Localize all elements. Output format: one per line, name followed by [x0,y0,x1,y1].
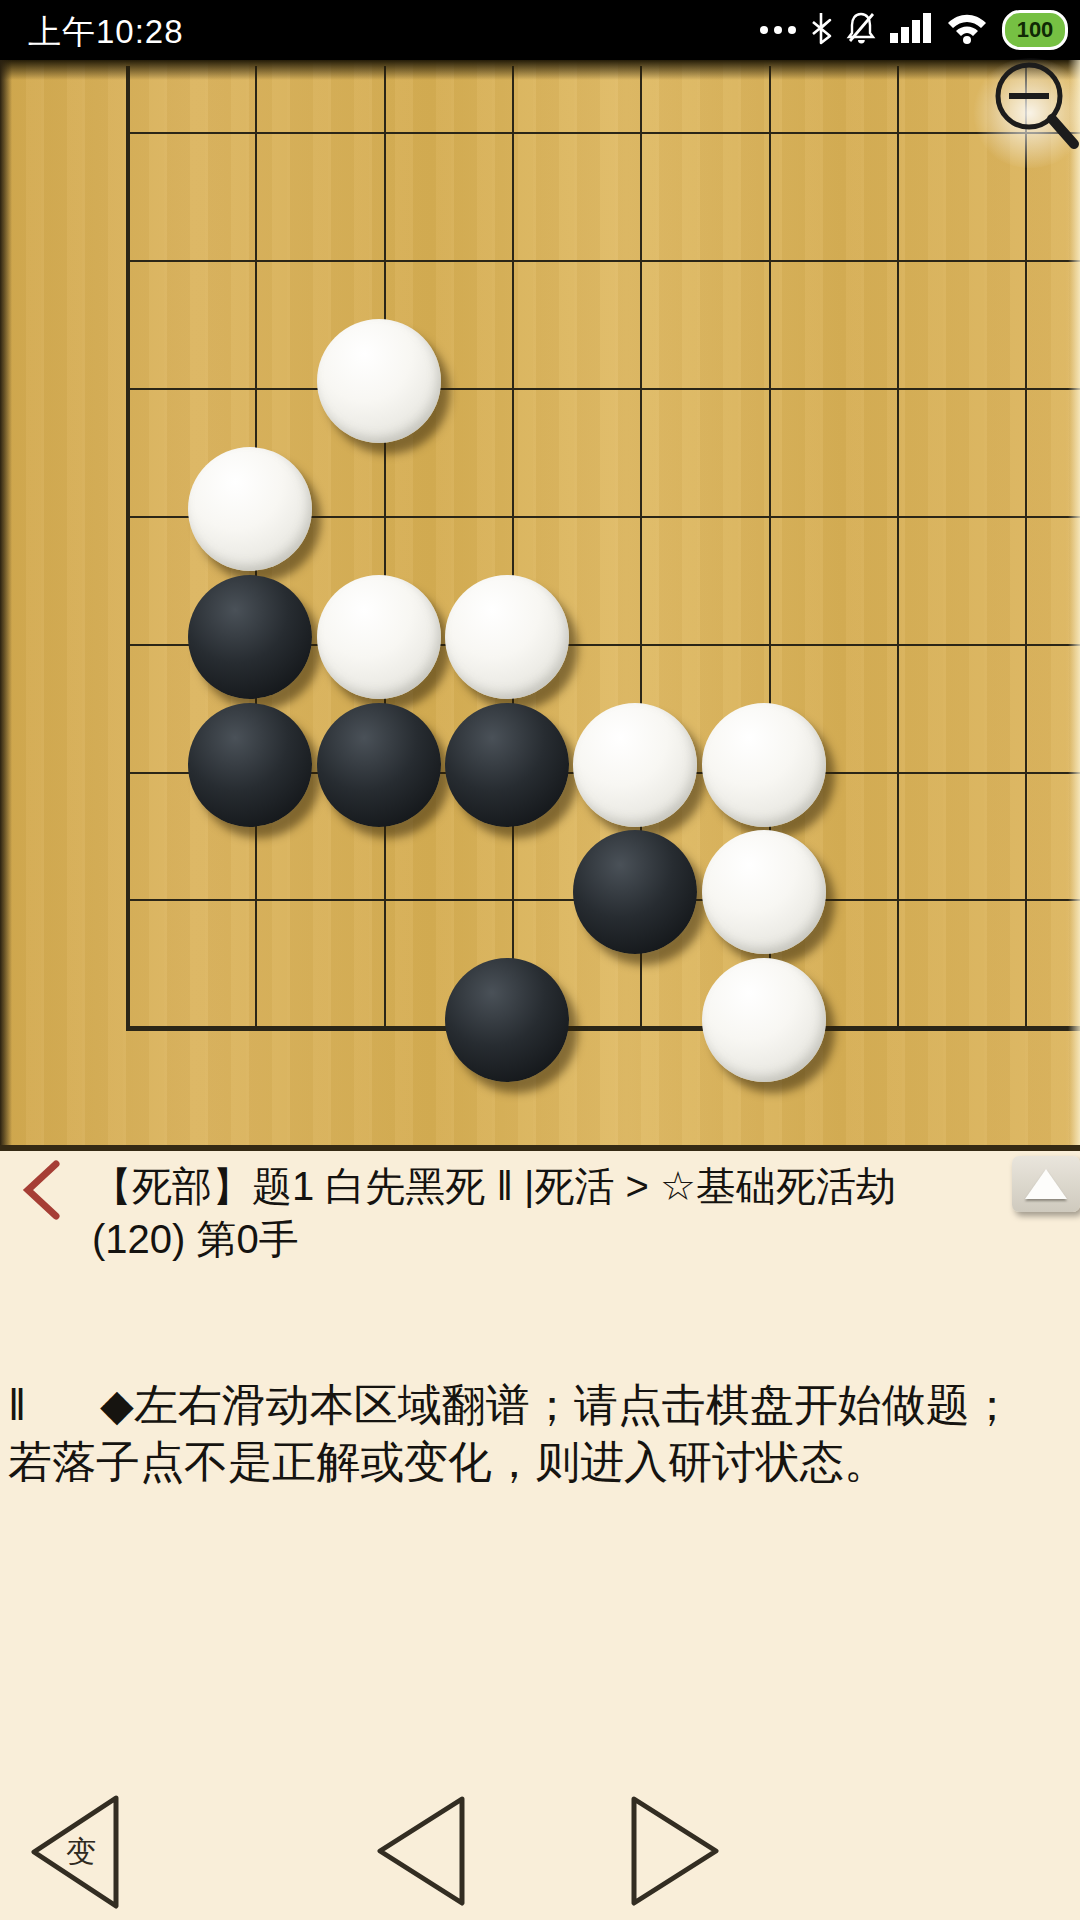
white-stone [573,703,697,827]
status-bar: 上午10:28 [0,0,1080,60]
next-move-button[interactable] [626,1793,726,1909]
black-stone [188,703,312,827]
prev-move-button[interactable] [370,1793,470,1909]
black-stone [573,830,697,954]
grid-line-vertical [897,66,899,1028]
black-stone [445,958,569,1082]
board-right-edge-highlight [1068,60,1080,1150]
grid-line-horizontal [126,388,1080,390]
black-stone [317,703,441,827]
grid-line-horizontal [126,1026,1080,1031]
grid-line-vertical [512,66,514,1028]
black-stone [445,703,569,827]
board-left-shadow [0,60,12,1150]
overflow-dots-icon [760,26,796,34]
bluetooth-icon [810,11,832,49]
white-stone [702,830,826,954]
instructions-text[interactable]: ‖◆左右滑动本区域翻谱；请点击棋盘开始做题； 若落子点不是正解或变化，则进入研讨… [8,1376,1076,1490]
instructions-line2: 若落子点不是正解或变化，则进入研讨状态。 [8,1433,1076,1490]
problem-title-line2: (120) 第0手 [92,1213,992,1266]
grid-line-horizontal [126,132,1080,134]
grid-line-vertical [384,66,386,1028]
zoom-out-magnifier-icon[interactable] [960,48,1080,178]
grid-line-vertical [126,66,130,1028]
up-triangle-icon [1025,1169,1067,1199]
battery-icon: 100 [1002,10,1068,50]
info-panel[interactable] [0,1151,1080,1920]
grid-line-vertical [1025,66,1027,1028]
wifi-icon [946,11,988,49]
white-stone [445,575,569,699]
clock: 上午10:28 [28,10,184,55]
white-stone [702,958,826,1082]
bell-muted-icon [846,11,876,49]
go-board[interactable] [0,60,1080,1150]
white-stone [702,703,826,827]
white-stone [317,575,441,699]
signal-bars-icon [890,11,932,49]
instructions-marker: ‖ [8,1376,100,1433]
grid-line-horizontal [126,260,1080,262]
black-stone [188,575,312,699]
variation-button-label: 变 [66,1832,96,1873]
problem-title: 【死部】题1 白先黑死 ‖ |死活 > ☆基础死活劫 (120) 第0手 [92,1160,992,1266]
navigation-toolbar: ← 题 1 → [0,1270,1080,1360]
instructions-line1: ◆左右滑动本区域翻谱；请点击棋盘开始做题； [100,1380,1014,1429]
white-stone [317,319,441,443]
white-stone [188,447,312,571]
problem-title-line1: 【死部】题1 白先黑死 ‖ |死活 > ☆基础死活劫 [92,1160,992,1213]
board-top-shadow [0,60,1080,80]
back-chevron-icon[interactable] [18,1160,68,1220]
expand-panel-button[interactable] [1012,1156,1080,1212]
